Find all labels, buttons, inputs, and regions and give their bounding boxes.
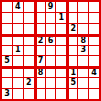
cell-r1c6[interactable] (56, 2, 66, 12)
cell-r3c8[interactable] (78, 24, 88, 34)
cell-r6c2[interactable] (13, 56, 23, 66)
cell-r4c9[interactable] (89, 35, 99, 45)
cell-r8c7: 5 (67, 78, 77, 88)
cell-r8c3: 2 (24, 78, 34, 88)
cell-r8c5[interactable] (46, 78, 56, 88)
cell-r9c4[interactable] (35, 89, 45, 99)
cell-r5c4[interactable] (35, 46, 45, 56)
cell-r5c6[interactable] (56, 46, 66, 56)
cell-r5c5[interactable] (46, 46, 56, 56)
cell-r2c1[interactable] (2, 13, 12, 23)
cell-r4c1[interactable] (2, 35, 12, 45)
cell-r2c2[interactable] (13, 13, 23, 23)
cell-r8c8[interactable] (78, 78, 88, 88)
cell-r9c5[interactable] (46, 89, 56, 99)
cell-r2c7[interactable] (67, 13, 77, 23)
cell-r5c1[interactable] (2, 46, 12, 56)
cell-r2c9[interactable] (89, 13, 99, 23)
cell-r1c8[interactable] (78, 2, 88, 12)
cell-r9c7[interactable] (67, 89, 77, 99)
cell-r7c8[interactable] (78, 67, 88, 77)
cell-r2c3[interactable] (24, 13, 34, 23)
cell-r7c5[interactable] (46, 67, 56, 77)
cell-r5c3[interactable] (24, 46, 34, 56)
cell-r2c4[interactable] (35, 13, 45, 23)
cell-r2c6: 1 (56, 13, 66, 23)
cell-r3c6[interactable] (56, 24, 66, 34)
cell-r9c1: 3 (2, 89, 12, 99)
cell-r7c2[interactable] (13, 67, 23, 77)
cell-r8c1[interactable] (2, 78, 12, 88)
cell-r7c6[interactable] (56, 67, 66, 77)
cell-r4c2[interactable] (13, 35, 23, 45)
cell-r9c6[interactable] (56, 89, 66, 99)
cell-r1c2: 4 (13, 2, 23, 12)
cell-r2c5[interactable] (46, 13, 56, 23)
cell-r3c2[interactable] (13, 24, 23, 34)
cell-r2c8[interactable] (78, 13, 88, 23)
cell-r4c7[interactable] (67, 35, 77, 45)
cell-r6c6[interactable] (56, 56, 66, 66)
cell-r7c4: 8 (35, 67, 45, 77)
cell-r8c2[interactable] (13, 78, 23, 88)
cell-r9c8[interactable] (78, 89, 88, 99)
sudoku-board: 49122681357814253 (0, 0, 101, 101)
cell-r3c5[interactable] (46, 24, 56, 34)
cell-r9c3[interactable] (24, 89, 34, 99)
cell-r6c8[interactable] (78, 56, 88, 66)
cell-r3c3[interactable] (24, 24, 34, 34)
cell-r7c3[interactable] (24, 67, 34, 77)
cell-r7c1[interactable] (2, 67, 12, 77)
cell-r4c8: 8 (78, 35, 88, 45)
cell-r6c1: 5 (2, 56, 12, 66)
cell-r4c3[interactable] (24, 35, 34, 45)
cell-r6c7[interactable] (67, 56, 77, 66)
cell-r8c9[interactable] (89, 78, 99, 88)
cell-r9c2[interactable] (13, 89, 23, 99)
cell-r6c4: 7 (35, 56, 45, 66)
cell-r1c7[interactable] (67, 2, 77, 12)
cell-r6c9[interactable] (89, 56, 99, 66)
cell-r1c5: 9 (46, 2, 56, 12)
cell-r9c9[interactable] (89, 89, 99, 99)
cell-r1c9[interactable] (89, 2, 99, 12)
cell-r7c9: 4 (89, 67, 99, 77)
cell-r8c6[interactable] (56, 78, 66, 88)
cell-r8c4[interactable] (35, 78, 45, 88)
cell-r1c1[interactable] (2, 2, 12, 12)
cell-r4c5: 6 (46, 35, 56, 45)
cell-r3c9[interactable] (89, 24, 99, 34)
cell-r3c4[interactable] (35, 24, 45, 34)
cell-r6c3[interactable] (24, 56, 34, 66)
cell-r7c7: 1 (67, 67, 77, 77)
cell-r5c7[interactable] (67, 46, 77, 56)
cell-r3c1[interactable] (2, 24, 12, 34)
cell-r5c8: 3 (78, 46, 88, 56)
cell-r6c5[interactable] (46, 56, 56, 66)
cell-r5c2: 1 (13, 46, 23, 56)
cell-r1c4[interactable] (35, 2, 45, 12)
cell-r1c3[interactable] (24, 2, 34, 12)
cell-r5c9[interactable] (89, 46, 99, 56)
cell-r3c7: 2 (67, 24, 77, 34)
cell-r4c6[interactable] (56, 35, 66, 45)
cell-r4c4: 2 (35, 35, 45, 45)
